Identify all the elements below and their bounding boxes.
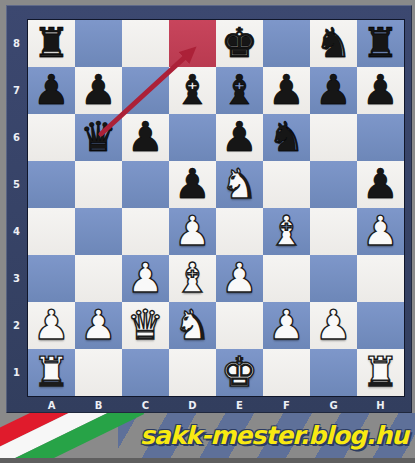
file-label-c: C [122, 397, 169, 413]
square-a4 [28, 208, 75, 255]
black-pawn: ♟ [122, 114, 169, 161]
white-rook: ♜ [28, 349, 75, 396]
square-d1 [169, 349, 216, 396]
square-c7 [122, 67, 169, 114]
square-h6 [357, 114, 404, 161]
rank-label-5: 5 [6, 161, 27, 208]
square-b6: ♛ [75, 114, 122, 161]
square-d7: ♝ [169, 67, 216, 114]
square-c8 [122, 20, 169, 67]
black-pawn: ♟ [310, 67, 357, 114]
square-a8: ♜ [28, 20, 75, 67]
rank-label-4: 4 [6, 208, 27, 255]
square-d8 [169, 20, 216, 67]
black-pawn: ♟ [28, 67, 75, 114]
white-queen: ♛ [122, 302, 169, 349]
square-d3: ♝ [169, 255, 216, 302]
square-d5: ♟ [169, 161, 216, 208]
square-b5 [75, 161, 122, 208]
square-c6: ♟ [122, 114, 169, 161]
square-h7: ♟ [357, 67, 404, 114]
square-h3 [357, 255, 404, 302]
square-a1: ♜ [28, 349, 75, 396]
file-label-e: E [216, 397, 263, 413]
square-e6: ♟ [216, 114, 263, 161]
square-g1 [310, 349, 357, 396]
white-knight: ♞ [169, 302, 216, 349]
square-e2 [216, 302, 263, 349]
white-knight: ♞ [216, 161, 263, 208]
square-f1 [263, 349, 310, 396]
square-b1 [75, 349, 122, 396]
square-f6: ♞ [263, 114, 310, 161]
square-e4 [216, 208, 263, 255]
black-knight: ♞ [263, 114, 310, 161]
rank-label-8: 8 [6, 20, 27, 67]
bottom-edge-strip [0, 458, 415, 463]
square-a6 [28, 114, 75, 161]
square-f4: ♝ [263, 208, 310, 255]
black-rook: ♜ [28, 20, 75, 67]
black-bishop: ♝ [216, 67, 263, 114]
black-king: ♚ [216, 20, 263, 67]
square-d4: ♟ [169, 208, 216, 255]
file-label-g: G [310, 397, 357, 413]
square-f5 [263, 161, 310, 208]
square-a7: ♟ [28, 67, 75, 114]
square-h8: ♜ [357, 20, 404, 67]
square-g7: ♟ [310, 67, 357, 114]
rank-label-3: 3 [6, 255, 27, 302]
white-pawn: ♟ [122, 255, 169, 302]
square-c3: ♟ [122, 255, 169, 302]
square-c4 [122, 208, 169, 255]
square-f7: ♟ [263, 67, 310, 114]
square-b3 [75, 255, 122, 302]
black-knight: ♞ [310, 20, 357, 67]
square-b2: ♟ [75, 302, 122, 349]
square-e8: ♚ [216, 20, 263, 67]
square-d2: ♞ [169, 302, 216, 349]
black-bishop: ♝ [169, 67, 216, 114]
white-pawn: ♟ [75, 302, 122, 349]
square-a2: ♟ [28, 302, 75, 349]
footer-banner: sakk-mester.blog.hu [0, 413, 415, 458]
white-bishop: ♝ [263, 208, 310, 255]
black-pawn: ♟ [216, 114, 263, 161]
square-c2: ♛ [122, 302, 169, 349]
square-h2 [357, 302, 404, 349]
white-pawn: ♟ [169, 208, 216, 255]
black-pawn: ♟ [263, 67, 310, 114]
square-c1 [122, 349, 169, 396]
square-h4: ♟ [357, 208, 404, 255]
square-e5: ♞ [216, 161, 263, 208]
square-e7: ♝ [216, 67, 263, 114]
black-queen: ♛ [75, 114, 122, 161]
square-h1: ♜ [357, 349, 404, 396]
square-b8 [75, 20, 122, 67]
square-h5: ♟ [357, 161, 404, 208]
square-d6 [169, 114, 216, 161]
black-pawn: ♟ [357, 161, 404, 208]
rank-label-6: 6 [6, 114, 27, 161]
rank-label-7: 7 [6, 67, 27, 114]
square-g3 [310, 255, 357, 302]
square-e3: ♟ [216, 255, 263, 302]
rank-label-2: 2 [6, 302, 27, 349]
file-label-f: F [263, 397, 310, 413]
white-pawn: ♟ [310, 302, 357, 349]
square-g2: ♟ [310, 302, 357, 349]
square-a3 [28, 255, 75, 302]
white-bishop: ♝ [169, 255, 216, 302]
square-g5 [310, 161, 357, 208]
square-b4 [75, 208, 122, 255]
white-pawn: ♟ [263, 302, 310, 349]
black-rook: ♜ [357, 20, 404, 67]
board-frame: ♜♚♞♜♟♟♝♝♟♟♟♛♟♟♞♟♞♟♟♝♟♟♝♟♟♟♛♞♟♟♜♚♜ 876543… [6, 5, 412, 413]
white-pawn: ♟ [28, 302, 75, 349]
square-f2: ♟ [263, 302, 310, 349]
square-f3 [263, 255, 310, 302]
square-f8 [263, 20, 310, 67]
square-a5 [28, 161, 75, 208]
chess-board: ♜♚♞♜♟♟♝♝♟♟♟♛♟♟♞♟♞♟♟♝♟♟♝♟♟♟♛♞♟♟♜♚♜ [27, 19, 405, 397]
black-pawn: ♟ [357, 67, 404, 114]
file-label-d: D [169, 397, 216, 413]
square-b7: ♟ [75, 67, 122, 114]
square-e1: ♚ [216, 349, 263, 396]
file-label-a: A [28, 397, 75, 413]
black-pawn: ♟ [169, 161, 216, 208]
square-g6 [310, 114, 357, 161]
square-c5 [122, 161, 169, 208]
white-king: ♚ [216, 349, 263, 396]
file-label-b: B [75, 397, 122, 413]
rank-label-1: 1 [6, 349, 27, 396]
white-pawn: ♟ [216, 255, 263, 302]
white-pawn: ♟ [357, 208, 404, 255]
blog-watermark: sakk-mester.blog.hu [140, 421, 408, 450]
square-g4 [310, 208, 357, 255]
black-pawn: ♟ [75, 67, 122, 114]
white-rook: ♜ [357, 349, 404, 396]
file-label-h: H [357, 397, 404, 413]
square-g8: ♞ [310, 20, 357, 67]
